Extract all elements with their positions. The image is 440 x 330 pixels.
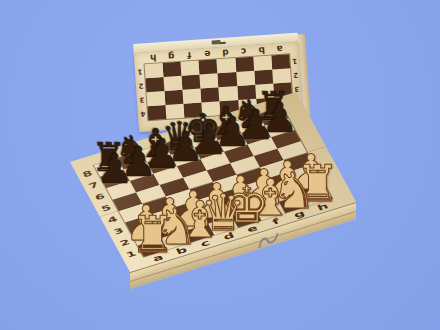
box-square-e1: [199, 59, 218, 74]
box-file-label: c: [234, 45, 253, 58]
box-rank-label: 4: [137, 106, 148, 121]
box-square-f2: [182, 75, 201, 90]
box-square-e2: [200, 73, 219, 88]
box-square-g1: [163, 62, 182, 77]
box-file-label: e: [198, 47, 217, 60]
box-rank-label: 3: [136, 92, 147, 107]
box-file-label: h: [144, 51, 163, 64]
scene: abcdefgh 4321 4321 abcdefgh 12345678 ♜♞♝…: [0, 0, 440, 330]
box-square-d2: [218, 72, 237, 87]
box-square-b2: [254, 69, 273, 84]
box-rank-label: 1: [289, 54, 300, 69]
box-rank-label: 2: [136, 78, 147, 93]
box-file-label: a: [270, 42, 289, 55]
box-square-c2: [236, 71, 255, 86]
piece-white-rook-a1: ♜: [130, 210, 175, 260]
box-file-label: b: [252, 44, 271, 57]
box-file-label: d: [216, 46, 235, 59]
box-square-d1: [217, 58, 236, 73]
box-square-b1: [253, 56, 272, 71]
piece-black-pawn-a7: ♟: [97, 149, 134, 190]
box-square-a2: [272, 68, 291, 83]
box-square-c1: [235, 57, 254, 72]
box-rank-label: 2: [290, 68, 301, 83]
box-square-h2: [145, 77, 164, 92]
box-square-g3: [165, 90, 184, 105]
box-square-h3: [146, 91, 165, 106]
box-square-a1: [271, 54, 290, 69]
box-file-label: f: [180, 49, 199, 62]
box-file-label: g: [162, 50, 181, 63]
box-square-h1: [145, 63, 164, 78]
box-rank-label: 1: [135, 64, 146, 79]
box-square-f1: [181, 61, 200, 76]
box-square-f3: [183, 88, 202, 103]
box-clasp-icon: [211, 40, 220, 45]
box-square-g2: [164, 76, 183, 91]
